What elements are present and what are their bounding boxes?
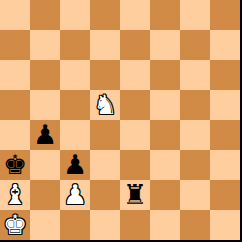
square-c5[interactable]	[60, 90, 90, 120]
square-b4[interactable]: ♟	[30, 120, 60, 150]
square-e8[interactable]	[120, 0, 150, 30]
square-c1[interactable]	[60, 210, 90, 240]
square-e1[interactable]	[120, 210, 150, 240]
square-b6[interactable]	[30, 60, 60, 90]
square-e6[interactable]	[120, 60, 150, 90]
square-a4[interactable]	[0, 120, 30, 150]
black-pawn-piece[interactable]: ♟	[63, 150, 87, 180]
square-d6[interactable]	[90, 60, 120, 90]
square-a6[interactable]	[0, 60, 30, 90]
square-d2[interactable]	[90, 180, 120, 210]
square-h2[interactable]	[210, 180, 240, 210]
square-a7[interactable]	[0, 30, 30, 60]
square-h4[interactable]	[210, 120, 240, 150]
square-h3[interactable]	[210, 150, 240, 180]
square-f3[interactable]	[150, 150, 180, 180]
square-b5[interactable]	[30, 90, 60, 120]
square-h8[interactable]	[210, 0, 240, 30]
square-c2[interactable]: ♟	[60, 180, 90, 210]
square-e4[interactable]	[120, 120, 150, 150]
square-h6[interactable]	[210, 60, 240, 90]
square-e7[interactable]	[120, 30, 150, 60]
white-knight-piece[interactable]: ♞	[93, 90, 117, 120]
square-f5[interactable]	[150, 90, 180, 120]
square-e5[interactable]	[120, 90, 150, 120]
square-c4[interactable]	[60, 120, 90, 150]
square-b7[interactable]	[30, 30, 60, 60]
square-h5[interactable]	[210, 90, 240, 120]
square-d8[interactable]	[90, 0, 120, 30]
square-a3[interactable]: ♚	[0, 150, 30, 180]
white-pawn-piece[interactable]: ♟	[63, 180, 87, 210]
board-frame: ♞♟♚♟♝♟♜♚	[0, 0, 242, 242]
square-e3[interactable]	[120, 150, 150, 180]
square-d3[interactable]	[90, 150, 120, 180]
square-c3[interactable]: ♟	[60, 150, 90, 180]
square-b2[interactable]	[30, 180, 60, 210]
square-h1[interactable]	[210, 210, 240, 240]
square-f4[interactable]	[150, 120, 180, 150]
square-d4[interactable]	[90, 120, 120, 150]
square-f6[interactable]	[150, 60, 180, 90]
black-pawn-piece[interactable]: ♟	[33, 120, 57, 150]
square-a8[interactable]	[0, 0, 30, 30]
square-g7[interactable]	[180, 30, 210, 60]
square-c7[interactable]	[60, 30, 90, 60]
square-a1[interactable]: ♚	[0, 210, 30, 240]
black-rook-piece[interactable]: ♜	[123, 180, 147, 210]
square-f1[interactable]	[150, 210, 180, 240]
square-f7[interactable]	[150, 30, 180, 60]
square-b3[interactable]	[30, 150, 60, 180]
square-h7[interactable]	[210, 30, 240, 60]
square-d1[interactable]	[90, 210, 120, 240]
square-g6[interactable]	[180, 60, 210, 90]
square-f2[interactable]	[150, 180, 180, 210]
square-g8[interactable]	[180, 0, 210, 30]
square-g4[interactable]	[180, 120, 210, 150]
white-king-piece[interactable]: ♚	[3, 210, 27, 240]
white-bishop-piece[interactable]: ♝	[3, 180, 27, 210]
square-c8[interactable]	[60, 0, 90, 30]
square-g2[interactable]	[180, 180, 210, 210]
square-b8[interactable]	[30, 0, 60, 30]
black-king-piece[interactable]: ♚	[3, 150, 27, 180]
square-g3[interactable]	[180, 150, 210, 180]
square-c6[interactable]	[60, 60, 90, 90]
square-a2[interactable]: ♝	[0, 180, 30, 210]
square-e2[interactable]: ♜	[120, 180, 150, 210]
square-g5[interactable]	[180, 90, 210, 120]
square-b1[interactable]	[30, 210, 60, 240]
square-a5[interactable]	[0, 90, 30, 120]
chess-board: ♞♟♚♟♝♟♜♚	[0, 0, 240, 240]
square-d7[interactable]	[90, 30, 120, 60]
square-f8[interactable]	[150, 0, 180, 30]
square-d5[interactable]: ♞	[90, 90, 120, 120]
square-g1[interactable]	[180, 210, 210, 240]
